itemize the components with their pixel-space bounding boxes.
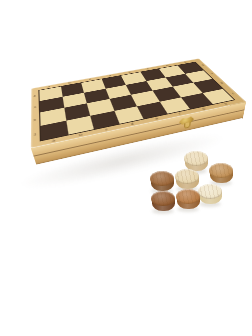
checker-pale-cream [198,184,222,205]
checker-dark-brown-1 [150,171,174,192]
clasp-hook [184,122,191,129]
file-label-far-c: c [89,78,92,80]
checker-dark-brown-1-grain [150,171,174,186]
rank-label-left-4: 4 [33,95,36,98]
rank-label-right-1: 1 [231,92,236,95]
file-label-near-f: f [178,112,181,115]
checker-brown-2 [176,189,200,210]
file-label-near-c: c [105,128,109,131]
rank-label-left-3: 3 [33,106,36,109]
file-label-far-g: g [165,65,168,67]
checker-cream-2-grain [175,169,199,184]
checker-cream-1-grain [184,151,208,166]
checker-dark-brown-2 [151,191,175,212]
file-label-far-e: e [128,71,131,73]
checker-brown-1-grain [209,163,233,178]
checker-brown-2-grain [176,189,200,204]
rank-label-left-1: 1 [33,133,36,137]
brass-clasp-icon [175,115,199,130]
rank-label-right-4: 4 [201,64,205,66]
rank-label-right-3: 3 [210,72,214,74]
file-label-far-f: f [147,68,149,70]
product-photo: aabbccddeeffgghh44332211 [0,0,252,336]
rank-label-left-2: 2 [33,118,36,121]
checker-dark-brown-2-grain [151,191,175,206]
checker-cream-2 [175,169,199,190]
rank-label-right-2: 2 [220,82,224,84]
checker-brown-1 [209,163,233,184]
checker-pale-cream-grain [198,184,222,199]
file-label-near-a: a [52,139,55,143]
